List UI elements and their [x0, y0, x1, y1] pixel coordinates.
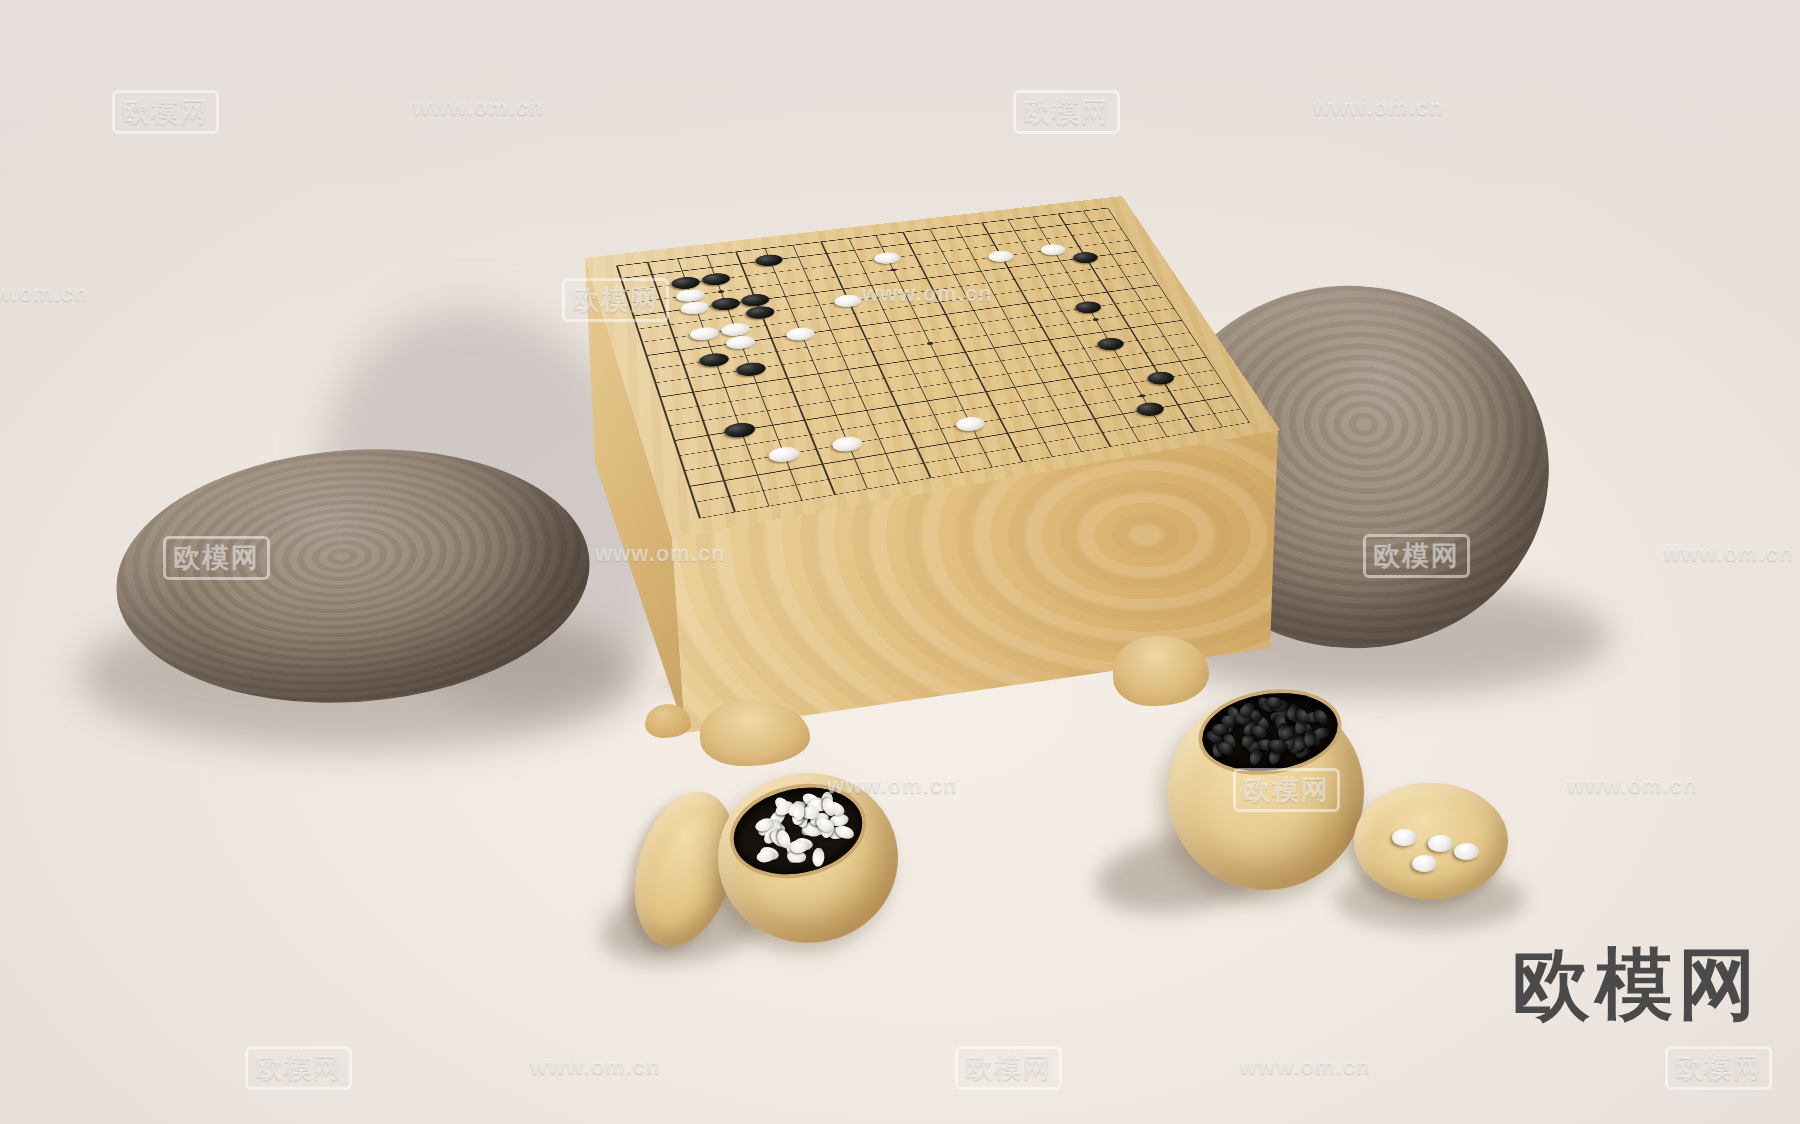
white-stone: [953, 415, 987, 433]
black-stone: [744, 305, 777, 320]
watermark-url: www.om.cn: [1313, 95, 1443, 121]
watermark-url: www.om.cn: [595, 541, 725, 567]
star-point: [1092, 318, 1099, 321]
lid-white-stone: [1412, 855, 1437, 872]
black-stone: [1144, 370, 1177, 386]
white-stone: [832, 294, 864, 309]
black-stone: [1133, 401, 1166, 418]
watermark-site-name: 欧模网: [163, 536, 270, 580]
watermark-site-name: 欧模网: [1665, 1046, 1772, 1090]
watermark-site-name: 欧模网: [562, 278, 669, 322]
black-stone: [670, 276, 702, 291]
bowl-black-stone: [1312, 707, 1331, 727]
watermark-site-name: 欧模网: [112, 90, 219, 134]
star-point: [926, 342, 933, 346]
watermark-site-name: 欧模网: [1013, 90, 1120, 134]
black-stone: [709, 296, 741, 311]
watermark-url: www.om.cn: [1567, 773, 1697, 799]
white-stone: [766, 445, 801, 464]
bowl-black-stone: [1304, 729, 1316, 746]
black-stone: [700, 272, 732, 287]
watermark-site-name: 欧模网: [1363, 534, 1470, 578]
white-stone: [830, 435, 865, 453]
black-stone: [734, 361, 768, 378]
white-stone: [688, 326, 721, 342]
scene: 欧模网www.om.cn欧模网www.om.cnwww.om.cn欧模网www.…: [0, 0, 1800, 1124]
white-stone: [1038, 243, 1068, 256]
watermark-url: www.om.cn: [530, 1054, 660, 1080]
flat-lid-with-stones: [1354, 783, 1508, 899]
watermark-url: www.om.cn: [862, 281, 992, 307]
star-point: [889, 268, 896, 271]
lid-white-stone: [1428, 835, 1453, 852]
star-point: [1138, 394, 1145, 398]
watermark-site-name: 欧模网: [1233, 768, 1340, 812]
bowl-white-stone: [811, 847, 824, 867]
watermark-site-name: 欧模网: [245, 1046, 352, 1090]
white-stone: [719, 322, 752, 338]
black-stone: [1070, 251, 1100, 264]
bowl-white-stone: [755, 849, 776, 864]
watermark-url: www.om.cn: [0, 281, 88, 307]
white-stone: [784, 326, 817, 342]
watermark-site-name: 欧模网: [955, 1046, 1062, 1090]
white-stone: [674, 288, 706, 303]
white-stone: [679, 300, 712, 315]
white-stone: [872, 251, 903, 265]
star-point: [717, 290, 724, 293]
black-stone: [1094, 336, 1126, 351]
black-stone: [1072, 300, 1103, 315]
board-leg-right: [1113, 636, 1209, 706]
black-stone: [754, 253, 785, 267]
lid-white-stone: [1454, 843, 1479, 860]
white-stone: [985, 249, 1016, 263]
black-stone: [722, 421, 757, 439]
lid-white-stone: [1392, 829, 1417, 846]
board-leg-back: [645, 704, 691, 738]
black-stone: [739, 293, 771, 308]
watermark-url: www.om.cn: [413, 95, 543, 121]
white-stone: [724, 334, 757, 350]
watermark-url: www.om.cn: [1663, 541, 1793, 567]
black-stone: [697, 352, 731, 369]
site-logo: 欧模网: [1512, 933, 1761, 1038]
watermark-url: www.om.cn: [827, 773, 957, 799]
watermark-url: www.om.cn: [1240, 1054, 1370, 1080]
